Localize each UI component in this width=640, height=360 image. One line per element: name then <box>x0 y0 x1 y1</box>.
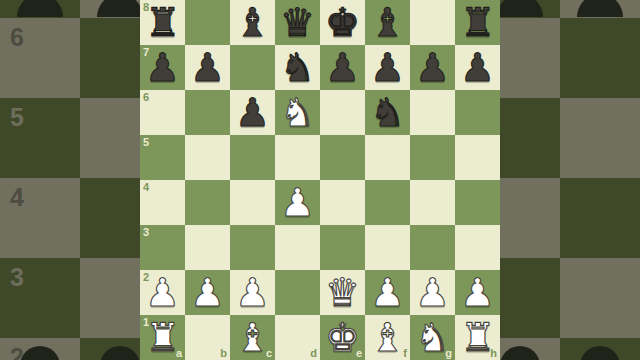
piece-black-pawn-g7[interactable]: ♟ <box>410 45 455 90</box>
square-c1[interactable]: c♝ <box>230 315 275 360</box>
square-f5[interactable] <box>365 135 410 180</box>
square-c8[interactable]: ♝ <box>230 0 275 45</box>
piece-white-pawn-c2[interactable]: ♟ <box>230 270 275 315</box>
piece-black-bishop-f8[interactable]: ♝ <box>365 0 410 45</box>
square-a5[interactable]: 5 <box>140 135 185 180</box>
square-d6[interactable]: ♞ <box>275 90 320 135</box>
square-g7[interactable]: ♟ <box>410 45 455 90</box>
piece-black-rook-a8[interactable]: ♜ <box>140 0 185 45</box>
square-e4[interactable] <box>320 180 365 225</box>
piece-black-pawn-c6[interactable]: ♟ <box>230 90 275 135</box>
square-h1[interactable]: h♜ <box>455 315 500 360</box>
background-pawn-silhouette <box>497 0 543 17</box>
piece-black-rook-h8[interactable]: ♜ <box>455 0 500 45</box>
square-b8[interactable] <box>185 0 230 45</box>
background-rank-label: 4 <box>10 185 24 210</box>
background-square: 3 <box>0 258 80 338</box>
background-square: 4 <box>0 178 80 258</box>
square-b6[interactable] <box>185 90 230 135</box>
square-f3[interactable] <box>365 225 410 270</box>
square-f4[interactable] <box>365 180 410 225</box>
piece-white-bishop-f1[interactable]: ♝ <box>365 315 410 360</box>
rank-label-4: 4 <box>143 182 149 193</box>
piece-white-king-e1[interactable]: ♚ <box>320 315 365 360</box>
background-square <box>560 98 640 178</box>
piece-black-pawn-e7[interactable]: ♟ <box>320 45 365 90</box>
square-h3[interactable] <box>455 225 500 270</box>
square-f7[interactable]: ♟ <box>365 45 410 90</box>
chess-board: 8♜♝♛♚♝♜7♟♟♞♟♟♟♟6♟♞♞54♟32♟♟♟♛♟♟♟1a♜bc♝de♚… <box>140 0 500 360</box>
piece-black-knight-d7[interactable]: ♞ <box>275 45 320 90</box>
piece-white-rook-a1[interactable]: ♜ <box>140 315 185 360</box>
background-square: 5 <box>0 98 80 178</box>
piece-white-rook-h1[interactable]: ♜ <box>455 315 500 360</box>
background-rank-label: 6 <box>10 25 24 50</box>
rank-label-6: 6 <box>143 92 149 103</box>
square-g3[interactable] <box>410 225 455 270</box>
square-g1[interactable]: g♞ <box>410 315 455 360</box>
piece-black-pawn-a7[interactable]: ♟ <box>140 45 185 90</box>
square-c5[interactable] <box>230 135 275 180</box>
square-b3[interactable] <box>185 225 230 270</box>
square-h7[interactable]: ♟ <box>455 45 500 90</box>
square-b2[interactable]: ♟ <box>185 270 230 315</box>
square-a8[interactable]: 8♜ <box>140 0 185 45</box>
piece-black-knight-f6[interactable]: ♞ <box>365 90 410 135</box>
background-square: 6 <box>0 18 80 98</box>
square-c3[interactable] <box>230 225 275 270</box>
square-c7[interactable] <box>230 45 275 90</box>
background-pawn-silhouette <box>17 0 63 17</box>
chess-app-screen: { "game": "chess", "position": { "fen": … <box>0 0 640 360</box>
rank-label-5: 5 <box>143 137 149 148</box>
square-f6[interactable]: ♞ <box>365 90 410 135</box>
square-g6[interactable] <box>410 90 455 135</box>
square-d1[interactable]: d <box>275 315 320 360</box>
square-c4[interactable] <box>230 180 275 225</box>
piece-white-knight-d6[interactable]: ♞ <box>275 90 320 135</box>
file-label-b: b <box>220 348 227 359</box>
piece-black-pawn-f7[interactable]: ♟ <box>365 45 410 90</box>
square-c2[interactable]: ♟ <box>230 270 275 315</box>
square-d3[interactable] <box>275 225 320 270</box>
square-d5[interactable] <box>275 135 320 180</box>
square-h4[interactable] <box>455 180 500 225</box>
rank-label-3: 3 <box>143 227 149 238</box>
background-pawn-silhouette <box>97 0 143 17</box>
square-a7[interactable]: 7♟ <box>140 45 185 90</box>
background-rank-label: 5 <box>10 105 24 130</box>
square-f8[interactable]: ♝ <box>365 0 410 45</box>
square-f2[interactable]: ♟ <box>365 270 410 315</box>
square-a1[interactable]: 1a♜ <box>140 315 185 360</box>
square-g2[interactable]: ♟ <box>410 270 455 315</box>
square-a2[interactable]: 2♟ <box>140 270 185 315</box>
background-square <box>560 178 640 258</box>
piece-white-pawn-d4[interactable]: ♟ <box>275 180 320 225</box>
background-square <box>560 18 640 98</box>
piece-black-bishop-c8[interactable]: ♝ <box>230 0 275 45</box>
square-f1[interactable]: f♝ <box>365 315 410 360</box>
square-b7[interactable]: ♟ <box>185 45 230 90</box>
square-g8[interactable] <box>410 0 455 45</box>
square-e7[interactable]: ♟ <box>320 45 365 90</box>
square-g4[interactable] <box>410 180 455 225</box>
piece-white-pawn-b2[interactable]: ♟ <box>185 270 230 315</box>
piece-white-pawn-g2[interactable]: ♟ <box>410 270 455 315</box>
background-square <box>560 258 640 338</box>
square-e5[interactable] <box>320 135 365 180</box>
piece-white-pawn-f2[interactable]: ♟ <box>365 270 410 315</box>
piece-black-queen-d8[interactable]: ♛ <box>275 0 320 45</box>
square-h2[interactable]: ♟ <box>455 270 500 315</box>
piece-black-king-e8[interactable]: ♚ <box>320 0 365 45</box>
square-g5[interactable] <box>410 135 455 180</box>
piece-white-pawn-h2[interactable]: ♟ <box>455 270 500 315</box>
square-a6[interactable]: 6 <box>140 90 185 135</box>
square-e6[interactable] <box>320 90 365 135</box>
square-b5[interactable] <box>185 135 230 180</box>
piece-white-pawn-a2[interactable]: ♟ <box>140 270 185 315</box>
piece-white-knight-g1[interactable]: ♞ <box>410 315 455 360</box>
piece-white-bishop-c1[interactable]: ♝ <box>230 315 275 360</box>
square-d8[interactable]: ♛ <box>275 0 320 45</box>
square-a4[interactable]: 4 <box>140 180 185 225</box>
square-e2[interactable]: ♛ <box>320 270 365 315</box>
square-d2[interactable] <box>275 270 320 315</box>
square-h8[interactable]: ♜ <box>455 0 500 45</box>
square-e1[interactable]: e♚ <box>320 315 365 360</box>
square-h5[interactable] <box>455 135 500 180</box>
square-a3[interactable]: 3 <box>140 225 185 270</box>
piece-black-pawn-b7[interactable]: ♟ <box>185 45 230 90</box>
file-label-d: d <box>310 348 317 359</box>
square-c6[interactable]: ♟ <box>230 90 275 135</box>
background-pawn-silhouette <box>577 0 623 17</box>
piece-black-pawn-h7[interactable]: ♟ <box>455 45 500 90</box>
square-d4[interactable]: ♟ <box>275 180 320 225</box>
piece-white-queen-e2[interactable]: ♛ <box>320 270 365 315</box>
square-h6[interactable] <box>455 90 500 135</box>
square-d7[interactable]: ♞ <box>275 45 320 90</box>
square-e8[interactable]: ♚ <box>320 0 365 45</box>
square-b1[interactable]: b <box>185 315 230 360</box>
background-rank-label: 3 <box>10 265 24 290</box>
square-e3[interactable] <box>320 225 365 270</box>
square-b4[interactable] <box>185 180 230 225</box>
